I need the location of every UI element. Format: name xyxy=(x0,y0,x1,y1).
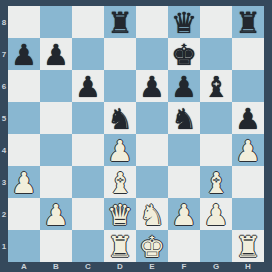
file-label-c: C xyxy=(72,261,104,272)
square-c8[interactable] xyxy=(72,6,104,38)
square-g3[interactable]: ♝ xyxy=(200,166,232,198)
black-bishop-piece[interactable]: ♝ xyxy=(203,71,229,103)
square-h1[interactable]: ♜ xyxy=(232,230,264,262)
square-f3[interactable] xyxy=(168,166,200,198)
square-b3[interactable] xyxy=(40,166,72,198)
rank-label-5: 5 xyxy=(0,102,8,134)
square-e1[interactable]: ♚ xyxy=(136,230,168,262)
square-f8[interactable]: ♛ xyxy=(168,6,200,38)
square-h4[interactable]: ♟ xyxy=(232,134,264,166)
square-c3[interactable] xyxy=(72,166,104,198)
file-label-f: F xyxy=(168,261,200,272)
black-pawn-piece[interactable]: ♟ xyxy=(75,71,101,103)
white-pawn-piece[interactable]: ♟ xyxy=(203,199,229,231)
black-pawn-piece[interactable]: ♟ xyxy=(11,39,37,71)
square-a1[interactable] xyxy=(8,230,40,262)
square-g5[interactable] xyxy=(200,102,232,134)
square-a3[interactable]: ♟ xyxy=(8,166,40,198)
square-e3[interactable] xyxy=(136,166,168,198)
square-d2[interactable]: ♛ xyxy=(104,198,136,230)
white-pawn-piece[interactable]: ♟ xyxy=(11,167,37,199)
square-g1[interactable] xyxy=(200,230,232,262)
square-c7[interactable] xyxy=(72,38,104,70)
rank-label-6: 6 xyxy=(0,70,8,102)
square-c6[interactable]: ♟ xyxy=(72,70,104,102)
square-h7[interactable] xyxy=(232,38,264,70)
black-pawn-piece[interactable]: ♟ xyxy=(43,39,69,71)
square-e5[interactable] xyxy=(136,102,168,134)
white-bishop-piece[interactable]: ♝ xyxy=(203,167,229,199)
file-label-a: A xyxy=(8,261,40,272)
square-g4[interactable] xyxy=(200,134,232,166)
file-label-b: B xyxy=(40,261,72,272)
square-h2[interactable] xyxy=(232,198,264,230)
square-h8[interactable]: ♜ xyxy=(232,6,264,38)
square-d8[interactable]: ♜ xyxy=(104,6,136,38)
square-c2[interactable] xyxy=(72,198,104,230)
chess-board-frame: 87654321 ♜♛♜♟♟♚♟♟♟♝♞♞♟♟♟♟♝♝♟♛♞♟♟♜♚♜ ABCD… xyxy=(0,0,272,272)
square-f7[interactable]: ♚ xyxy=(168,38,200,70)
square-d3[interactable]: ♝ xyxy=(104,166,136,198)
square-b1[interactable] xyxy=(40,230,72,262)
black-knight-piece[interactable]: ♞ xyxy=(171,103,197,135)
file-label-h: H xyxy=(232,261,264,272)
square-g2[interactable]: ♟ xyxy=(200,198,232,230)
square-d6[interactable] xyxy=(104,70,136,102)
black-rook-piece[interactable]: ♜ xyxy=(235,7,261,39)
square-e7[interactable] xyxy=(136,38,168,70)
rank-labels: 87654321 xyxy=(0,6,8,262)
square-c4[interactable] xyxy=(72,134,104,166)
square-a2[interactable] xyxy=(8,198,40,230)
rank-label-2: 2 xyxy=(0,198,8,230)
white-pawn-piece[interactable]: ♟ xyxy=(235,135,261,167)
square-a6[interactable] xyxy=(8,70,40,102)
white-pawn-piece[interactable]: ♟ xyxy=(107,135,133,167)
square-a4[interactable] xyxy=(8,134,40,166)
white-pawn-piece[interactable]: ♟ xyxy=(43,199,69,231)
black-pawn-piece[interactable]: ♟ xyxy=(139,71,165,103)
square-f2[interactable]: ♟ xyxy=(168,198,200,230)
square-e2[interactable]: ♞ xyxy=(136,198,168,230)
file-label-g: G xyxy=(200,261,232,272)
square-d1[interactable]: ♜ xyxy=(104,230,136,262)
white-knight-piece[interactable]: ♞ xyxy=(139,199,165,231)
rank-label-4: 4 xyxy=(0,134,8,166)
rank-label-7: 7 xyxy=(0,38,8,70)
file-label-d: D xyxy=(104,261,136,272)
black-rook-piece[interactable]: ♜ xyxy=(107,7,133,39)
square-g7[interactable] xyxy=(200,38,232,70)
square-f4[interactable] xyxy=(168,134,200,166)
square-f6[interactable]: ♟ xyxy=(168,70,200,102)
black-queen-piece[interactable]: ♛ xyxy=(171,7,197,39)
file-label-e: E xyxy=(136,261,168,272)
black-knight-piece[interactable]: ♞ xyxy=(107,103,133,135)
white-pawn-piece[interactable]: ♟ xyxy=(171,199,197,231)
square-a5[interactable] xyxy=(8,102,40,134)
square-h3[interactable] xyxy=(232,166,264,198)
square-c1[interactable] xyxy=(72,230,104,262)
square-d4[interactable]: ♟ xyxy=(104,134,136,166)
square-a8[interactable] xyxy=(8,6,40,38)
chess-board: ♜♛♜♟♟♚♟♟♟♝♞♞♟♟♟♟♝♝♟♛♞♟♟♜♚♜ xyxy=(8,6,264,262)
square-b2[interactable]: ♟ xyxy=(40,198,72,230)
square-c5[interactable] xyxy=(72,102,104,134)
white-rook-piece[interactable]: ♜ xyxy=(107,231,133,263)
square-h6[interactable] xyxy=(232,70,264,102)
file-labels: ABCDEFGH xyxy=(8,261,264,272)
square-d5[interactable]: ♞ xyxy=(104,102,136,134)
white-bishop-piece[interactable]: ♝ xyxy=(107,167,133,199)
square-b7[interactable]: ♟ xyxy=(40,38,72,70)
square-f5[interactable]: ♞ xyxy=(168,102,200,134)
square-b8[interactable] xyxy=(40,6,72,38)
black-king-piece[interactable]: ♚ xyxy=(171,39,197,71)
square-g8[interactable] xyxy=(200,6,232,38)
rank-label-8: 8 xyxy=(0,6,8,38)
square-e8[interactable] xyxy=(136,6,168,38)
black-pawn-piece[interactable]: ♟ xyxy=(171,71,197,103)
square-b6[interactable] xyxy=(40,70,72,102)
rank-label-3: 3 xyxy=(0,166,8,198)
black-pawn-piece[interactable]: ♟ xyxy=(235,103,261,135)
white-king-piece[interactable]: ♚ xyxy=(139,231,165,263)
square-g6[interactable]: ♝ xyxy=(200,70,232,102)
square-b5[interactable] xyxy=(40,102,72,134)
square-b4[interactable] xyxy=(40,134,72,166)
square-d7[interactable] xyxy=(104,38,136,70)
white-queen-piece[interactable]: ♛ xyxy=(107,199,133,231)
square-a7[interactable]: ♟ xyxy=(8,38,40,70)
square-h5[interactable]: ♟ xyxy=(232,102,264,134)
square-f1[interactable] xyxy=(168,230,200,262)
white-rook-piece[interactable]: ♜ xyxy=(235,231,261,263)
square-e4[interactable] xyxy=(136,134,168,166)
rank-label-1: 1 xyxy=(0,230,8,262)
square-e6[interactable]: ♟ xyxy=(136,70,168,102)
